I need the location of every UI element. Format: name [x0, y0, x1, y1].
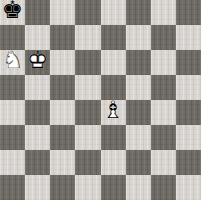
square-g4[interactable] — [151, 100, 176, 125]
square-g8[interactable] — [151, 0, 176, 25]
square-h5[interactable] — [176, 75, 201, 100]
square-c1[interactable] — [50, 175, 75, 200]
square-g1[interactable] — [151, 175, 176, 200]
square-h3[interactable] — [176, 125, 201, 150]
square-b6[interactable]: ♚♔ — [25, 50, 50, 75]
square-h8[interactable] — [176, 0, 201, 25]
square-d5[interactable] — [75, 75, 100, 100]
square-c7[interactable] — [50, 25, 75, 50]
square-a1[interactable] — [0, 175, 25, 200]
black-king-glyph: ♚ — [0, 0, 25, 23]
square-h6[interactable] — [176, 50, 201, 75]
square-c6[interactable] — [50, 50, 75, 75]
black-king[interactable]: ♚ — [0, 0, 25, 23]
square-e7[interactable] — [101, 25, 126, 50]
square-f1[interactable] — [126, 175, 151, 200]
square-a5[interactable] — [0, 75, 25, 100]
chess-board: ♚♞♘♚♔♝♗ — [0, 0, 201, 200]
square-g6[interactable] — [151, 50, 176, 75]
square-g5[interactable] — [151, 75, 176, 100]
square-h2[interactable] — [176, 150, 201, 175]
square-e3[interactable] — [101, 125, 126, 150]
white-king[interactable]: ♚♔ — [25, 48, 50, 73]
square-a2[interactable] — [0, 150, 25, 175]
square-a8[interactable]: ♚ — [0, 0, 25, 25]
square-d8[interactable] — [75, 0, 100, 25]
square-h1[interactable] — [176, 175, 201, 200]
square-g2[interactable] — [151, 150, 176, 175]
square-f7[interactable] — [126, 25, 151, 50]
square-f6[interactable] — [126, 50, 151, 75]
square-d7[interactable] — [75, 25, 100, 50]
square-d2[interactable] — [75, 150, 100, 175]
square-d4[interactable] — [75, 100, 100, 125]
white-knight-outline-layer: ♘ — [0, 48, 25, 73]
square-e8[interactable] — [101, 0, 126, 25]
square-f3[interactable] — [126, 125, 151, 150]
square-c5[interactable] — [50, 75, 75, 100]
white-bishop[interactable]: ♝♗ — [101, 98, 126, 123]
square-f8[interactable] — [126, 0, 151, 25]
square-b8[interactable] — [25, 0, 50, 25]
square-c4[interactable] — [50, 100, 75, 125]
square-c3[interactable] — [50, 125, 75, 150]
square-d3[interactable] — [75, 125, 100, 150]
square-h4[interactable] — [176, 100, 201, 125]
square-d1[interactable] — [75, 175, 100, 200]
square-c8[interactable] — [50, 0, 75, 25]
square-f5[interactable] — [126, 75, 151, 100]
square-h7[interactable] — [176, 25, 201, 50]
square-b4[interactable] — [25, 100, 50, 125]
square-f2[interactable] — [126, 150, 151, 175]
square-b5[interactable] — [25, 75, 50, 100]
square-b1[interactable] — [25, 175, 50, 200]
square-a6[interactable]: ♞♘ — [0, 50, 25, 75]
square-e6[interactable] — [101, 50, 126, 75]
square-a4[interactable] — [0, 100, 25, 125]
square-b3[interactable] — [25, 125, 50, 150]
square-b2[interactable] — [25, 150, 50, 175]
square-e2[interactable] — [101, 150, 126, 175]
square-f4[interactable] — [126, 100, 151, 125]
square-g3[interactable] — [151, 125, 176, 150]
square-c2[interactable] — [50, 150, 75, 175]
white-bishop-outline-layer: ♗ — [101, 98, 126, 123]
square-e4[interactable]: ♝♗ — [101, 100, 126, 125]
white-knight[interactable]: ♞♘ — [0, 48, 25, 73]
square-e1[interactable] — [101, 175, 126, 200]
square-g7[interactable] — [151, 25, 176, 50]
white-king-outline-layer: ♔ — [25, 48, 50, 73]
square-a3[interactable] — [0, 125, 25, 150]
square-d6[interactable] — [75, 50, 100, 75]
